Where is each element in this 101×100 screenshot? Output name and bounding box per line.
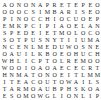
grid-cell: I — [37, 22, 44, 29]
grid-cell: A — [22, 78, 29, 85]
grid-cell: N — [94, 22, 101, 29]
grid-cell: O — [8, 36, 15, 43]
grid-cell: O — [87, 57, 94, 64]
grid-cell: T — [51, 29, 58, 36]
grid-cell: W — [65, 78, 72, 85]
grid-cell: O — [22, 15, 29, 22]
grid-cell: E — [94, 43, 101, 50]
grid-cell: A — [37, 1, 44, 8]
grid-cell: C — [87, 50, 94, 57]
grid-cell: M — [37, 43, 44, 50]
grid-cell: U — [80, 36, 87, 43]
grid-cell: A — [94, 36, 101, 43]
grid-cell: T — [72, 71, 79, 78]
grid-cell: O — [8, 1, 15, 8]
grid-cell: H — [1, 71, 8, 78]
grid-cell: E — [44, 29, 51, 36]
grid-cell: E — [72, 1, 79, 8]
grid-cell: I — [72, 8, 79, 15]
grid-cell: O — [37, 78, 44, 85]
grid-cell: K — [37, 50, 44, 57]
grid-cell: O — [94, 8, 101, 15]
grid-cell: O — [94, 1, 101, 8]
grid-cell: L — [51, 92, 58, 99]
grid-cell: T — [44, 57, 51, 64]
grid-cell: E — [72, 64, 79, 71]
grid-cell: E — [72, 57, 79, 64]
grid-cell: M — [44, 8, 51, 15]
grid-cell: O — [15, 92, 22, 99]
grid-cell: L — [30, 43, 37, 50]
grid-cell: P — [44, 1, 51, 8]
grid-cell: O — [87, 85, 94, 92]
grid-cell: G — [44, 92, 51, 99]
grid-cell: M — [8, 22, 15, 29]
grid-cell: E — [58, 71, 65, 78]
grid-cell: D — [22, 29, 29, 36]
grid-cell: O — [44, 64, 51, 71]
grid-cell: L — [80, 92, 87, 99]
grid-cell: S — [72, 85, 79, 92]
grid-cell: A — [72, 78, 79, 85]
grid-cell: I — [37, 29, 44, 36]
grid-cell: N — [44, 36, 51, 43]
grid-cell: C — [37, 15, 44, 22]
grid-cell: U — [44, 78, 51, 85]
grid-cell: O — [65, 92, 72, 99]
grid-cell: M — [94, 71, 101, 78]
grid-cell: P — [8, 29, 15, 36]
grid-cell: K — [80, 85, 87, 92]
grid-cell: I — [65, 36, 72, 43]
grid-cell: O — [51, 71, 58, 78]
grid-cell: O — [15, 64, 22, 71]
grid-cell: U — [15, 50, 22, 57]
grid-cell: N — [44, 71, 51, 78]
grid-cell: O — [94, 57, 101, 64]
grid-cell: O — [94, 29, 101, 36]
grid-cell: K — [15, 22, 22, 29]
grid-cell: A — [94, 85, 101, 92]
grid-cell: M — [87, 71, 94, 78]
grid-cell: U — [30, 36, 37, 43]
grid-cell: A — [8, 85, 15, 92]
grid-cell: C — [30, 15, 37, 22]
grid-cell: L — [80, 71, 87, 78]
grid-cell: B — [51, 85, 58, 92]
grid-cell: E — [1, 22, 8, 29]
grid-cell: I — [51, 15, 58, 22]
grid-cell: P — [94, 15, 101, 22]
grid-cell: S — [1, 29, 8, 36]
grid-cell: O — [80, 15, 87, 22]
grid-cell: H — [65, 85, 72, 92]
grid-cell: L — [80, 22, 87, 29]
grid-cell: O — [51, 50, 58, 57]
grid-cell: C — [87, 29, 94, 36]
grid-cell: N — [15, 15, 22, 22]
grid-cell: I — [51, 22, 58, 29]
grid-cell: W — [37, 92, 44, 99]
grid-cell: Y — [51, 36, 58, 43]
grid-cell: E — [72, 22, 79, 29]
grid-cell: I — [87, 92, 94, 99]
grid-cell: C — [80, 64, 87, 71]
grid-cell: O — [37, 71, 44, 78]
grid-cell: N — [72, 92, 79, 99]
grid-cell: I — [80, 78, 87, 85]
grid-cell: R — [87, 64, 94, 71]
grid-cell: H — [72, 50, 79, 57]
grid-cell: I — [1, 78, 8, 85]
grid-cell: E — [87, 8, 94, 15]
grid-cell: P — [22, 36, 29, 43]
grid-cell: S — [80, 43, 87, 50]
grid-cell: O — [30, 64, 37, 71]
word-search-grid: AONONAPRETEPEOOOOCSIMBARISEOPINOCCHIOCUO… — [0, 0, 101, 100]
grid-cell: I — [72, 36, 79, 43]
grid-cell: M — [87, 36, 94, 43]
grid-cell: O — [22, 1, 29, 8]
grid-cell: N — [15, 1, 22, 8]
grid-cell: C — [65, 64, 72, 71]
grid-cell: O — [1, 50, 8, 57]
grid-cell: O — [8, 8, 15, 15]
grid-cell: U — [44, 85, 51, 92]
grid-cell: I — [37, 8, 44, 15]
grid-cell: U — [80, 50, 87, 57]
grid-cell: I — [22, 57, 29, 64]
grid-cell: E — [15, 78, 22, 85]
grid-cell: E — [15, 29, 22, 36]
grid-cell: N — [22, 43, 29, 50]
grid-cell: H — [94, 50, 101, 57]
grid-cell: T — [94, 64, 101, 71]
grid-cell: T — [30, 71, 37, 78]
grid-cell: A — [22, 71, 29, 78]
grid-cell: R — [65, 8, 72, 15]
grid-cell: S — [80, 8, 87, 15]
grid-cell: O — [65, 29, 72, 36]
grid-cell: I — [58, 92, 65, 99]
grid-cell: M — [22, 92, 29, 99]
grid-cell: L — [87, 78, 94, 85]
grid-cell: O — [15, 8, 22, 15]
grid-cell: E — [87, 1, 94, 8]
grid-cell: A — [8, 50, 15, 57]
grid-cell: A — [37, 85, 44, 92]
grid-cell: S — [1, 36, 8, 43]
grid-cell: T — [1, 85, 8, 92]
grid-cell: T — [8, 78, 15, 85]
grid-cell: N — [1, 43, 8, 50]
grid-cell: T — [15, 36, 22, 43]
grid-cell: C — [8, 43, 15, 50]
grid-cell: O — [72, 43, 79, 50]
grid-cell: O — [8, 64, 15, 71]
grid-cell: C — [30, 78, 37, 85]
grid-cell: T — [65, 1, 72, 8]
grid-cell: M — [58, 29, 65, 36]
grid-cell: E — [15, 43, 22, 50]
grid-cell: O — [30, 85, 37, 92]
grid-cell: P — [80, 1, 87, 8]
grid-cell: L — [72, 29, 79, 36]
grid-cell: P — [22, 22, 29, 29]
grid-cell: C — [22, 8, 29, 15]
grid-cell: E — [58, 1, 65, 8]
grid-cell: U — [58, 43, 65, 50]
grid-cell: I — [22, 50, 29, 57]
grid-cell: R — [51, 1, 58, 8]
grid-cell: P — [1, 15, 8, 22]
grid-cell: A — [1, 1, 8, 8]
grid-cell: A — [58, 8, 65, 15]
grid-cell: U — [72, 15, 79, 22]
grid-cell: A — [37, 64, 44, 71]
grid-cell: C — [30, 22, 37, 29]
grid-cell: L — [58, 57, 65, 64]
grid-cell: E — [1, 92, 8, 99]
grid-cell: I — [22, 64, 29, 71]
grid-cell: O — [30, 92, 37, 99]
grid-cell: P — [58, 85, 65, 92]
grid-cell: P — [94, 92, 101, 99]
grid-cell: O — [80, 29, 87, 36]
grid-cell: M — [15, 71, 22, 78]
grid-cell: N — [30, 1, 37, 8]
grid-cell: O — [58, 78, 65, 85]
grid-cell: P — [44, 22, 51, 29]
grid-cell: E — [58, 50, 65, 57]
grid-cell: W — [1, 57, 8, 64]
grid-cell: S — [37, 36, 44, 43]
grid-cell: O — [65, 22, 72, 29]
grid-cell: L — [30, 50, 37, 57]
grid-cell: N — [87, 43, 94, 50]
grid-cell: P — [37, 57, 44, 64]
grid-cell: W — [65, 43, 72, 50]
grid-cell: E — [58, 64, 65, 71]
grid-cell: R — [15, 85, 22, 92]
grid-cell: D — [51, 43, 58, 50]
grid-cell: S — [94, 78, 101, 85]
grid-cell: O — [58, 15, 65, 22]
grid-cell: A — [87, 22, 94, 29]
grid-cell: I — [65, 71, 72, 78]
grid-cell: W — [1, 64, 8, 71]
grid-cell: B — [44, 50, 51, 57]
grid-cell: T — [51, 78, 58, 85]
grid-cell: N — [8, 71, 15, 78]
grid-cell: C — [65, 15, 72, 22]
grid-cell: O — [51, 57, 58, 64]
grid-cell: A — [51, 64, 58, 71]
grid-cell: S — [30, 8, 37, 15]
grid-cell: S — [8, 92, 15, 99]
grid-cell: M — [22, 85, 29, 92]
grid-cell: R — [65, 57, 72, 64]
grid-cell: T — [58, 36, 65, 43]
grid-cell: E — [30, 29, 37, 36]
grid-cell: E — [44, 43, 51, 50]
grid-cell: I — [8, 15, 15, 22]
grid-cell: O — [1, 8, 8, 15]
grid-cell: M — [80, 57, 87, 64]
grid-cell: E — [87, 15, 94, 22]
grid-cell: A — [58, 22, 65, 29]
grid-cell: H — [8, 57, 15, 64]
grid-cell: O — [65, 50, 72, 57]
grid-cell: B — [51, 8, 58, 15]
grid-cell: H — [44, 15, 51, 22]
grid-cell: L — [15, 57, 22, 64]
grid-cell: C — [30, 57, 37, 64]
